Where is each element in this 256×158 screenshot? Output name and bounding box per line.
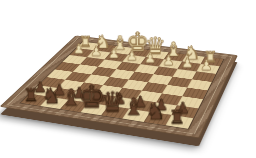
white-pawn[interactable]: ♟ bbox=[181, 57, 193, 70]
white-pawn[interactable]: ♟ bbox=[144, 52, 156, 65]
black-bishop[interactable]: ♝ bbox=[123, 97, 144, 119]
white-pawn[interactable]: ♟ bbox=[108, 47, 120, 60]
square-a3[interactable] bbox=[192, 71, 216, 81]
black-rook[interactable]: ♜ bbox=[169, 109, 185, 126]
black-rook[interactable]: ♜ bbox=[24, 87, 39, 103]
black-knight[interactable]: ♞ bbox=[145, 101, 165, 123]
chess-board-3d: ♜♞♝♚♛♝♞♜♟♟♟♟♟♟♟♟♟♟♟♟♟♟♟♟♜♞♝♚♛♝♞♜ bbox=[0, 36, 238, 139]
white-pawn[interactable]: ♟ bbox=[90, 45, 102, 57]
product-photo-background: ♜♞♝♚♛♝♞♜♟♟♟♟♟♟♟♟♟♟♟♟♟♟♟♟♜♞♝♚♛♝♞♜ bbox=[0, 0, 256, 158]
white-pawn[interactable]: ♟ bbox=[200, 59, 212, 72]
black-knight[interactable]: ♞ bbox=[41, 86, 60, 107]
white-pawn[interactable]: ♟ bbox=[126, 50, 138, 63]
board-frame: ♜♞♝♚♛♝♞♜♟♟♟♟♟♟♟♟♟♟♟♟♟♟♟♟♜♞♝♚♛♝♞♜ bbox=[0, 36, 238, 139]
square-a8[interactable]: ♜ bbox=[166, 115, 194, 129]
white-pawn[interactable]: ♟ bbox=[73, 43, 85, 55]
black-queen[interactable]: ♛ bbox=[100, 90, 125, 116]
white-pawn[interactable]: ♟ bbox=[163, 54, 175, 67]
